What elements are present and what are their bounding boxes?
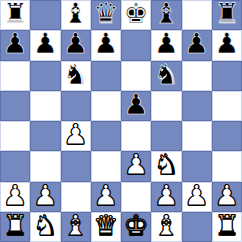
square-e1[interactable]: ♚ bbox=[121, 212, 151, 242]
square-h2[interactable]: ♟ bbox=[212, 182, 242, 212]
white-pawn-piece[interactable]: ♟ bbox=[63, 121, 88, 149]
square-h1[interactable]: ♜ bbox=[212, 212, 242, 242]
black-pawn-piece[interactable]: ♟ bbox=[154, 30, 179, 58]
square-c6[interactable]: ♞ bbox=[61, 61, 91, 91]
square-h5[interactable] bbox=[212, 91, 242, 121]
square-f3[interactable]: ♞ bbox=[151, 151, 181, 181]
white-knight-piece[interactable]: ♞ bbox=[33, 212, 58, 240]
square-a6[interactable] bbox=[0, 61, 30, 91]
square-e3[interactable]: ♟ bbox=[121, 151, 151, 181]
square-c7[interactable]: ♟ bbox=[61, 30, 91, 60]
square-f6[interactable]: ♞ bbox=[151, 61, 181, 91]
square-a2[interactable]: ♟ bbox=[0, 182, 30, 212]
square-g6[interactable] bbox=[182, 61, 212, 91]
white-bishop-piece[interactable]: ♝ bbox=[63, 212, 88, 240]
white-pawn-piece[interactable]: ♟ bbox=[93, 182, 118, 210]
black-rook-piece[interactable]: ♜ bbox=[214, 0, 239, 28]
square-c4[interactable]: ♟ bbox=[61, 121, 91, 151]
square-e7[interactable] bbox=[121, 30, 151, 60]
square-g5[interactable] bbox=[182, 91, 212, 121]
square-e6[interactable] bbox=[121, 61, 151, 91]
black-pawn-piece[interactable]: ♟ bbox=[184, 30, 209, 58]
square-d1[interactable]: ♛ bbox=[91, 212, 121, 242]
white-queen-piece[interactable]: ♛ bbox=[93, 212, 118, 240]
square-a7[interactable]: ♟ bbox=[0, 30, 30, 60]
white-pawn-piece[interactable]: ♟ bbox=[184, 182, 209, 210]
square-b1[interactable]: ♞ bbox=[30, 212, 60, 242]
square-g7[interactable]: ♟ bbox=[182, 30, 212, 60]
square-e4[interactable] bbox=[121, 121, 151, 151]
white-pawn-piece[interactable]: ♟ bbox=[214, 182, 239, 210]
black-knight-piece[interactable]: ♞ bbox=[154, 61, 179, 89]
black-queen-piece[interactable]: ♛ bbox=[93, 0, 118, 28]
square-d3[interactable] bbox=[91, 151, 121, 181]
square-f8[interactable]: ♝ bbox=[151, 0, 181, 30]
square-f7[interactable]: ♟ bbox=[151, 30, 181, 60]
square-b7[interactable]: ♟ bbox=[30, 30, 60, 60]
white-rook-piece[interactable]: ♜ bbox=[3, 212, 28, 240]
square-d5[interactable] bbox=[91, 91, 121, 121]
square-b5[interactable] bbox=[30, 91, 60, 121]
white-bishop-piece[interactable]: ♝ bbox=[154, 212, 179, 240]
square-g3[interactable] bbox=[182, 151, 212, 181]
square-b8[interactable] bbox=[30, 0, 60, 30]
square-d2[interactable]: ♟ bbox=[91, 182, 121, 212]
square-b3[interactable] bbox=[30, 151, 60, 181]
white-knight-piece[interactable]: ♞ bbox=[154, 151, 179, 179]
square-g2[interactable]: ♟ bbox=[182, 182, 212, 212]
square-b2[interactable]: ♟ bbox=[30, 182, 60, 212]
square-e2[interactable] bbox=[121, 182, 151, 212]
white-pawn-piece[interactable]: ♟ bbox=[3, 182, 28, 210]
square-a8[interactable]: ♜ bbox=[0, 0, 30, 30]
square-f5[interactable] bbox=[151, 91, 181, 121]
white-rook-piece[interactable]: ♜ bbox=[214, 212, 239, 240]
square-f1[interactable]: ♝ bbox=[151, 212, 181, 242]
square-e5[interactable]: ♟ bbox=[121, 91, 151, 121]
black-bishop-piece[interactable]: ♝ bbox=[63, 0, 88, 28]
square-c5[interactable] bbox=[61, 91, 91, 121]
square-d4[interactable] bbox=[91, 121, 121, 151]
square-h8[interactable]: ♜ bbox=[212, 0, 242, 30]
square-h3[interactable] bbox=[212, 151, 242, 181]
black-pawn-piece[interactable]: ♟ bbox=[63, 30, 88, 58]
square-h7[interactable]: ♟ bbox=[212, 30, 242, 60]
black-bishop-piece[interactable]: ♝ bbox=[154, 0, 179, 28]
square-a1[interactable]: ♜ bbox=[0, 212, 30, 242]
square-g4[interactable] bbox=[182, 121, 212, 151]
square-h4[interactable] bbox=[212, 121, 242, 151]
white-pawn-piece[interactable]: ♟ bbox=[154, 182, 179, 210]
square-e8[interactable]: ♚ bbox=[121, 0, 151, 30]
square-f2[interactable]: ♟ bbox=[151, 182, 181, 212]
black-pawn-piece[interactable]: ♟ bbox=[33, 30, 58, 58]
black-pawn-piece[interactable]: ♟ bbox=[124, 91, 149, 119]
square-g8[interactable] bbox=[182, 0, 212, 30]
square-f4[interactable] bbox=[151, 121, 181, 151]
square-h6[interactable] bbox=[212, 61, 242, 91]
black-pawn-piece[interactable]: ♟ bbox=[214, 30, 239, 58]
square-b4[interactable] bbox=[30, 121, 60, 151]
black-pawn-piece[interactable]: ♟ bbox=[93, 30, 118, 58]
black-rook-piece[interactable]: ♜ bbox=[3, 0, 28, 28]
square-c8[interactable]: ♝ bbox=[61, 0, 91, 30]
square-d6[interactable] bbox=[91, 61, 121, 91]
square-a3[interactable] bbox=[0, 151, 30, 181]
square-c2[interactable] bbox=[61, 182, 91, 212]
black-king-piece[interactable]: ♚ bbox=[124, 0, 149, 28]
black-pawn-piece[interactable]: ♟ bbox=[3, 30, 28, 58]
square-d7[interactable]: ♟ bbox=[91, 30, 121, 60]
white-pawn-piece[interactable]: ♟ bbox=[33, 182, 58, 210]
square-c1[interactable]: ♝ bbox=[61, 212, 91, 242]
square-g1[interactable] bbox=[182, 212, 212, 242]
black-knight-piece[interactable]: ♞ bbox=[63, 61, 88, 89]
white-king-piece[interactable]: ♚ bbox=[124, 212, 149, 240]
square-d8[interactable]: ♛ bbox=[91, 0, 121, 30]
square-c3[interactable] bbox=[61, 151, 91, 181]
chess-board: ♜♝♛♚♝♜♟♟♟♟♟♟♟♞♞♟♟♟♞♟♟♟♟♟♟♜♞♝♛♚♝♜ bbox=[0, 0, 242, 242]
square-a4[interactable] bbox=[0, 121, 30, 151]
white-pawn-piece[interactable]: ♟ bbox=[124, 151, 149, 179]
square-b6[interactable] bbox=[30, 61, 60, 91]
square-a5[interactable] bbox=[0, 91, 30, 121]
